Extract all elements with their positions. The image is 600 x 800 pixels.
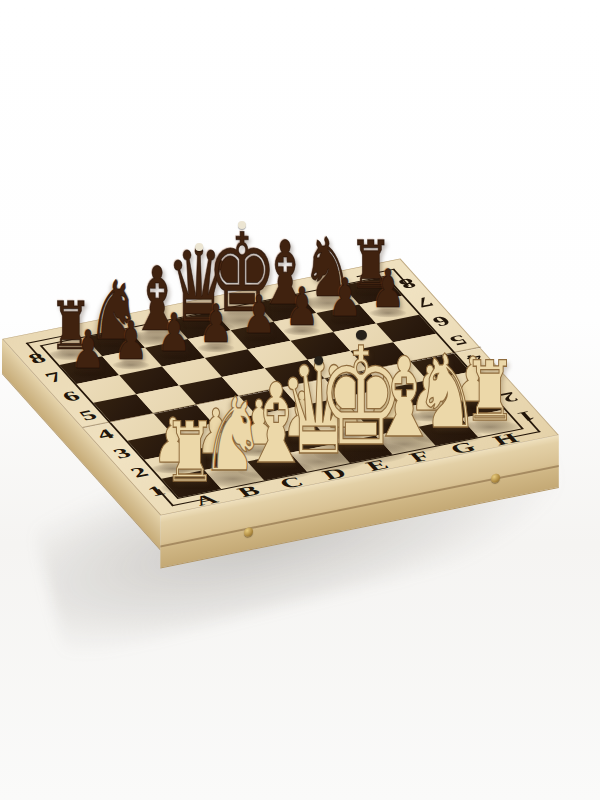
piece-finial-d8: [196, 243, 204, 251]
piece-black-pawn-g7[interactable]: ♟: [328, 272, 362, 325]
piece-black-pawn-e7[interactable]: ♟: [242, 289, 276, 342]
pieces-layer: ♜♞♝♛♚♝♞♜♟♟♟♟♟♟♟♟♟♟♟♟♟♟♟♟♜♞♝♛♚♝♞♜: [0, 0, 600, 800]
piece-black-pawn-c7[interactable]: ♟: [157, 306, 191, 359]
piece-black-pawn-d7[interactable]: ♟: [199, 297, 233, 350]
piece-black-pawn-b7[interactable]: ♟: [114, 315, 148, 368]
piece-white-rook-h1[interactable]: ♜: [463, 350, 516, 433]
piece-black-pawn-h7[interactable]: ♟: [371, 263, 405, 316]
piece-black-pawn-a7[interactable]: ♟: [71, 323, 105, 376]
chess-set-photo: 8765432187654321ABCDEFGH ♜♞♝♛♚♝♞♜♟♟♟♟♟♟♟…: [0, 0, 600, 800]
piece-black-pawn-f7[interactable]: ♟: [285, 280, 319, 333]
piece-finial-d1: [314, 356, 324, 366]
